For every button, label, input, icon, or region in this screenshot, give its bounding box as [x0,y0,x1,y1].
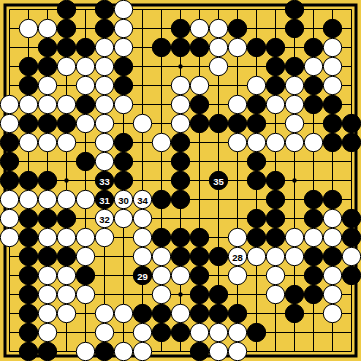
stone-black-C3[interactable] [38,38,56,56]
stone-white-D15[interactable] [57,266,75,284]
stone-black-J18[interactable] [152,323,170,341]
stone-white-F18[interactable] [95,323,113,341]
stone-black-J13[interactable] [152,228,170,246]
stone-white-C6[interactable] [38,95,56,113]
stone-black-D14[interactable] [57,247,75,265]
stone-white-L18[interactable] [190,323,208,341]
stone-black-K13[interactable] [171,228,189,246]
stone-black-O13[interactable] [247,228,265,246]
stone-white-R4[interactable] [304,57,322,75]
stone-white-S17[interactable] [323,304,341,322]
stone-white-J8[interactable] [152,133,170,151]
stone-black-C10[interactable] [38,171,56,189]
stone-black-T12[interactable] [342,209,360,227]
stone-black-L19[interactable] [190,342,208,360]
stone-white-G2[interactable] [114,19,132,37]
stone-white-D8[interactable] [57,133,75,151]
stone-black-G8[interactable] [114,133,132,151]
stone-black-T7[interactable] [342,114,360,132]
star-point [292,178,296,182]
stone-white-A6[interactable] [0,95,18,113]
stone-black-K14[interactable] [171,247,189,265]
stone-white-F7[interactable] [95,114,113,132]
stone-black-L14[interactable] [190,247,208,265]
stone-black-R12[interactable] [304,209,322,227]
stone-white-M18[interactable] [209,323,227,341]
stone-black-O7[interactable] [247,114,265,132]
stone-white-F13[interactable] [95,228,113,246]
stone-black-C4[interactable] [38,57,56,75]
stone-black-L16[interactable] [190,285,208,303]
stone-black-G10[interactable] [114,171,132,189]
stone-black-B13[interactable] [19,228,37,246]
stone-black-N7[interactable] [228,114,246,132]
stone-white-L2[interactable] [190,19,208,37]
stone-black-C19[interactable] [38,342,56,360]
stone-black-S7[interactable] [323,114,341,132]
stone-black-P10[interactable] [266,171,284,189]
stone-white-L5[interactable] [190,76,208,94]
stone-white-Q14[interactable] [285,247,303,265]
stone-black-B15[interactable] [19,266,37,284]
stone-black-J17[interactable] [152,304,170,322]
stone-white-E13[interactable] [76,228,94,246]
stone-white-C16[interactable] [38,285,56,303]
stone-black-P5[interactable] [266,76,284,94]
stone-white-G12[interactable] [114,209,132,227]
stone-black-B18[interactable] [19,323,37,341]
stone-white-K5[interactable] [171,76,189,94]
stone-black-M16[interactable] [209,285,227,303]
stone-white-Q13[interactable] [285,228,303,246]
stone-white-E5[interactable] [76,76,94,94]
stone-black-M14[interactable] [209,247,227,265]
stone-black-K18[interactable] [171,323,189,341]
stone-black-Q17[interactable] [285,304,303,322]
stone-white-O8[interactable] [247,133,265,151]
stone-white-P16[interactable] [266,285,284,303]
stone-black-P12[interactable] [266,209,284,227]
stone-white-O5[interactable] [247,76,265,94]
stone-black-J3[interactable] [152,38,170,56]
stone-black-A10[interactable] [0,171,18,189]
stone-white-N18[interactable] [228,323,246,341]
stone-black-D12[interactable] [57,209,75,227]
stone-black-S11[interactable] [323,190,341,208]
stone-white-G17[interactable] [114,304,132,322]
stone-black-R11[interactable] [304,190,322,208]
stone-white-K15[interactable] [171,266,189,284]
stone-black-R6[interactable] [304,95,322,113]
stone-black-F2[interactable] [95,19,113,37]
stone-black-J11[interactable] [152,190,170,208]
stone-black-Q16[interactable] [285,285,303,303]
stone-white-F6[interactable] [95,95,113,113]
stone-black-O12[interactable] [247,209,265,227]
stone-black-B19[interactable] [19,342,37,360]
stone-black-L17[interactable] [190,304,208,322]
stone-black-R16[interactable] [304,285,322,303]
stone-white-S16[interactable] [323,285,341,303]
stone-black-A8[interactable] [0,133,18,151]
stone-black-P13[interactable] [266,228,284,246]
stone-black-C14[interactable] [38,247,56,265]
stone-black-O18[interactable] [247,323,265,341]
stone-white-A11[interactable] [0,190,18,208]
stone-black-A9[interactable] [0,152,18,170]
move-number-label-33: 33 [99,176,110,187]
stone-black-R15[interactable] [304,266,322,284]
move-number-label-32: 32 [99,214,110,225]
stone-white-C8[interactable] [38,133,56,151]
stone-black-Q1[interactable] [285,0,303,18]
stone-white-G1[interactable] [114,0,132,18]
star-point [64,178,68,182]
stone-black-K11[interactable] [171,190,189,208]
stone-black-R14[interactable] [304,247,322,265]
stone-black-O9[interactable] [247,152,265,170]
stone-black-B12[interactable] [19,209,37,227]
go-board-svg[interactable]: 3335313034322829 [0,0,361,361]
star-point [178,292,182,296]
stone-black-K2[interactable] [171,19,189,37]
stone-white-N8[interactable] [228,133,246,151]
stone-black-L7[interactable] [190,114,208,132]
stone-white-E14[interactable] [76,247,94,265]
stone-white-C18[interactable] [38,323,56,341]
move-number-label-30: 30 [118,195,129,206]
stone-black-C12[interactable] [38,209,56,227]
stone-white-C2[interactable] [38,19,56,37]
star-point [178,64,182,68]
stone-white-C11[interactable] [38,190,56,208]
stone-white-R13[interactable] [304,228,322,246]
stone-black-S14[interactable] [323,247,341,265]
stone-white-K7[interactable] [171,114,189,132]
stone-white-S3[interactable] [323,38,341,56]
stone-white-S12[interactable] [323,209,341,227]
stone-white-A13[interactable] [0,228,18,246]
stone-black-Q4[interactable] [285,57,303,75]
stone-white-M4[interactable] [209,57,227,75]
stone-white-Q7[interactable] [285,114,303,132]
stone-black-S2[interactable] [323,19,341,37]
stone-black-K10[interactable] [171,171,189,189]
stone-black-O3[interactable] [247,38,265,56]
stone-black-G9[interactable] [114,152,132,170]
stone-black-O10[interactable] [247,171,265,189]
stone-white-P6[interactable] [266,95,284,113]
stone-black-T8[interactable] [342,133,360,151]
stone-black-N2[interactable] [228,19,246,37]
stone-white-P15[interactable] [266,266,284,284]
move-number-label-29: 29 [137,271,148,282]
stone-black-G4[interactable] [114,57,132,75]
stone-white-N19[interactable] [228,342,246,360]
stone-white-A7[interactable] [0,114,18,132]
stone-black-G5[interactable] [114,76,132,94]
stone-white-H14[interactable] [133,247,151,265]
stone-white-E7[interactable] [76,114,94,132]
stone-white-B6[interactable] [19,95,37,113]
stone-white-F9[interactable] [95,152,113,170]
stone-black-P4[interactable] [266,57,284,75]
stone-white-M3[interactable] [209,38,227,56]
stone-white-H18[interactable] [133,323,151,341]
stone-black-O6[interactable] [247,95,265,113]
stone-white-H13[interactable] [133,228,151,246]
stone-white-D6[interactable] [57,95,75,113]
stone-black-S8[interactable] [323,133,341,151]
stone-white-E16[interactable] [76,285,94,303]
stone-black-B16[interactable] [19,285,37,303]
stone-white-N6[interactable] [228,95,246,113]
stone-white-F5[interactable] [95,76,113,94]
stone-black-D2[interactable] [57,19,75,37]
stone-black-B17[interactable] [19,304,37,322]
stone-white-G19[interactable] [114,342,132,360]
stone-white-J15[interactable] [152,266,170,284]
move-number-label-31: 31 [99,195,110,206]
stone-black-L3[interactable] [190,38,208,56]
stone-black-T13[interactable] [342,228,360,246]
stone-black-L15[interactable] [190,266,208,284]
stone-black-B5[interactable] [19,76,37,94]
stone-black-L13[interactable] [190,228,208,246]
stone-white-B2[interactable] [19,19,37,37]
stone-black-P3[interactable] [266,38,284,56]
stone-white-D13[interactable] [57,228,75,246]
stone-white-H12[interactable] [133,209,151,227]
stone-white-K6[interactable] [171,95,189,113]
stone-white-G6[interactable] [114,95,132,113]
stone-white-B8[interactable] [19,133,37,151]
stone-white-D4[interactable] [57,57,75,75]
stone-black-Q2[interactable] [285,19,303,37]
stone-black-M7[interactable] [209,114,227,132]
stone-black-E3[interactable] [76,38,94,56]
stone-white-J14[interactable] [152,247,170,265]
stone-black-K9[interactable] [171,152,189,170]
stone-white-A12[interactable] [0,209,18,227]
stone-white-M2[interactable] [209,19,227,37]
stone-black-D7[interactable] [57,114,75,132]
stone-white-J16[interactable] [152,285,170,303]
stone-white-O14[interactable] [247,247,265,265]
stone-black-F1[interactable] [95,0,113,18]
stone-white-N13[interactable] [228,228,246,246]
stone-black-T15[interactable] [342,266,360,284]
stone-white-P14[interactable] [266,247,284,265]
stone-black-K3[interactable] [171,38,189,56]
stone-black-P11[interactable] [266,190,284,208]
stone-white-E4[interactable] [76,57,94,75]
stone-white-D11[interactable] [57,190,75,208]
stone-black-B10[interactable] [19,171,37,189]
stone-white-F8[interactable] [95,133,113,151]
stone-white-B11[interactable] [19,190,37,208]
stone-black-D3[interactable] [57,38,75,56]
stone-white-Q6[interactable] [285,95,303,113]
stone-black-B14[interactable] [19,247,37,265]
stone-black-B7[interactable] [19,114,37,132]
go-board[interactable]: 3335313034322829 [0,0,361,361]
stone-white-C17[interactable] [38,304,56,322]
stone-white-H19[interactable] [133,342,151,360]
stone-black-E6[interactable] [76,95,94,113]
stone-white-D16[interactable] [57,285,75,303]
stone-white-Q8[interactable] [285,133,303,151]
move-number-label-35: 35 [213,176,224,187]
stone-black-E9[interactable] [76,152,94,170]
stone-black-B4[interactable] [19,57,37,75]
stone-black-L6[interactable] [190,95,208,113]
stone-white-S15[interactable] [323,266,341,284]
stone-white-F17[interactable] [95,304,113,322]
move-number-label-28: 28 [232,252,243,263]
stone-white-C13[interactable] [38,228,56,246]
stone-white-E11[interactable] [76,190,94,208]
stone-black-H17[interactable] [133,304,151,322]
stone-black-R3[interactable] [304,38,322,56]
stone-white-S13[interactable] [323,228,341,246]
stone-black-C7[interactable] [38,114,56,132]
stone-black-F19[interactable] [95,342,113,360]
stone-white-F4[interactable] [95,57,113,75]
stone-white-S4[interactable] [323,57,341,75]
stone-white-K17[interactable] [171,304,189,322]
stone-black-M17[interactable] [209,304,227,322]
stone-white-C15[interactable] [38,266,56,284]
stone-black-R5[interactable] [304,76,322,94]
stone-white-F3[interactable] [95,38,113,56]
stone-white-S5[interactable] [323,76,341,94]
stone-white-D17[interactable] [57,304,75,322]
stone-black-E15[interactable] [76,266,94,284]
stone-black-S6[interactable] [323,95,341,113]
stone-black-N17[interactable] [228,304,246,322]
stone-black-D1[interactable] [57,0,75,18]
move-number-label-34: 34 [137,195,148,206]
stone-white-T14[interactable] [342,247,360,265]
stone-white-E19[interactable] [76,342,94,360]
screenshot-root: 3335313034322829 [0,0,361,361]
stone-white-C5[interactable] [38,76,56,94]
stone-white-M19[interactable] [209,342,227,360]
stone-white-G3[interactable] [114,38,132,56]
stone-white-R8[interactable] [304,133,322,151]
stone-black-K8[interactable] [171,133,189,151]
stone-white-N15[interactable] [228,266,246,284]
stone-white-N3[interactable] [228,38,246,56]
stone-white-P8[interactable] [266,133,284,151]
stone-white-Q5[interactable] [285,76,303,94]
stone-white-H7[interactable] [133,114,151,132]
